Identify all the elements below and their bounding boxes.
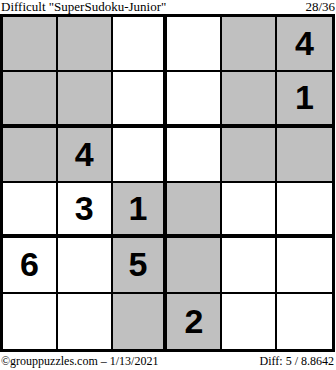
empty-cell-r5c2[interactable] [58,238,113,293]
given-cell-r4c2: 3 [58,183,113,238]
empty-cell-r2c1[interactable] [3,72,58,127]
empty-cell-r4c1[interactable] [3,183,58,238]
empty-cell-r2c4[interactable] [167,72,222,127]
empty-cell-r6c6[interactable] [277,294,332,349]
empty-cell-r1c5[interactable] [222,17,277,72]
empty-cell-r6c1[interactable] [3,294,58,349]
empty-cell-r2c5[interactable] [222,72,277,127]
empty-cell-r1c3[interactable] [113,17,168,72]
empty-cell-r5c4[interactable] [167,238,222,293]
empty-cell-r3c1[interactable] [3,128,58,183]
given-cell-r6c4: 2 [167,294,222,349]
given-cell-r4c3: 1 [113,183,168,238]
empty-cell-r5c5[interactable] [222,238,277,293]
empty-cell-r3c5[interactable] [222,128,277,183]
credit-line: ©grouppuzzles.com – 1/13/2021 [1,355,158,368]
empty-cell-r4c6[interactable] [277,183,332,238]
empty-cell-r5c6[interactable] [277,238,332,293]
empty-cell-r3c4[interactable] [167,128,222,183]
empty-cell-r6c5[interactable] [222,294,277,349]
given-cell-r5c1: 6 [3,238,58,293]
difficulty-rating: Diff: 5 / 8.8642 [260,355,334,368]
empty-cell-r2c2[interactable] [58,72,113,127]
given-cell-r2c6: 1 [277,72,332,127]
empty-cell-r6c2[interactable] [58,294,113,349]
footer: ©grouppuzzles.com – 1/13/2021 Diff: 5 / … [0,351,336,370]
empty-cell-r4c4[interactable] [167,183,222,238]
empty-cell-r1c4[interactable] [167,17,222,72]
empty-cell-r3c6[interactable] [277,128,332,183]
puzzle-title: Difficult "SuperSudoku-Junior" [1,0,166,13]
givens-counter: 28/36 [305,0,335,13]
empty-cell-r1c1[interactable] [3,17,58,72]
given-cell-r5c3: 5 [113,238,168,293]
sudoku-board: 41431652 [0,14,335,352]
header: Difficult "SuperSudoku-Junior" 28/36 [0,0,336,14]
empty-cell-r2c3[interactable] [113,72,168,127]
given-cell-r1c6: 4 [277,17,332,72]
empty-cell-r3c3[interactable] [113,128,168,183]
empty-cell-r6c3[interactable] [113,294,168,349]
given-cell-r3c2: 4 [58,128,113,183]
puzzle-page: Difficult "SuperSudoku-Junior" 28/36 414… [0,0,336,370]
empty-cell-r4c5[interactable] [222,183,277,238]
empty-cell-r1c2[interactable] [58,17,113,72]
